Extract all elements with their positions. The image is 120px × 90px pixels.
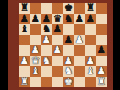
square-f4[interactable] (74, 45, 85, 56)
square-g5[interactable] (85, 35, 96, 46)
piece-black-pawn[interactable]: ♟ (64, 35, 73, 45)
square-c3[interactable]: ♞ (41, 56, 52, 67)
piece-white-bishop[interactable]: ♝ (86, 66, 95, 76)
thumbnail-stage: ♜♚♜♟♟♟♛♞♟♟♝♞♟♟♟♟♟♟♟♟♛♞♟♟♝♞♝♟♜♚♜ (0, 0, 120, 90)
piece-white-pawn[interactable]: ♟ (20, 56, 29, 66)
square-c7[interactable]: ♟ (41, 14, 52, 25)
piece-black-pawn[interactable]: ♟ (42, 14, 51, 24)
square-f6[interactable] (74, 24, 85, 35)
square-b4[interactable]: ♟ (30, 45, 41, 56)
square-e6[interactable] (63, 24, 74, 35)
square-a6[interactable]: ♝ (19, 24, 30, 35)
square-h8[interactable] (96, 3, 107, 14)
square-f3[interactable] (74, 56, 85, 67)
piece-white-pawn[interactable]: ♟ (53, 45, 62, 55)
piece-black-pawn[interactable]: ♟ (31, 14, 40, 24)
square-h6[interactable] (96, 24, 107, 35)
piece-white-knight[interactable]: ♞ (42, 56, 51, 66)
square-e1[interactable]: ♚ (63, 77, 74, 88)
square-d6[interactable]: ♟ (52, 24, 63, 35)
piece-white-knight[interactable]: ♞ (64, 66, 73, 76)
piece-black-pawn[interactable]: ♟ (75, 14, 84, 24)
square-g6[interactable] (85, 24, 96, 35)
square-a5[interactable] (19, 35, 30, 46)
square-h7[interactable] (96, 14, 107, 25)
piece-black-knight[interactable]: ♞ (64, 14, 73, 24)
square-h4[interactable]: ♟ (96, 45, 107, 56)
piece-white-pawn[interactable]: ♟ (97, 66, 106, 76)
square-a4[interactable] (19, 45, 30, 56)
square-g2[interactable]: ♝ (85, 66, 96, 77)
square-e7[interactable]: ♞ (63, 14, 74, 25)
square-e5[interactable]: ♟ (63, 35, 74, 46)
square-f7[interactable]: ♟ (74, 14, 85, 25)
piece-black-pawn[interactable]: ♟ (97, 45, 106, 55)
square-d4[interactable]: ♟ (52, 45, 63, 56)
square-f1[interactable] (74, 77, 85, 88)
square-c6[interactable]: ♞ (41, 24, 52, 35)
square-d8[interactable] (52, 3, 63, 14)
square-h1[interactable]: ♜ (96, 77, 107, 88)
square-a7[interactable]: ♟ (19, 14, 30, 25)
square-d7[interactable]: ♛ (52, 14, 63, 25)
piece-white-pawn[interactable]: ♟ (42, 35, 51, 45)
square-b8[interactable] (30, 3, 41, 14)
square-h3[interactable] (96, 56, 107, 67)
piece-black-pawn[interactable]: ♟ (53, 24, 62, 34)
square-f2[interactable] (74, 66, 85, 77)
piece-white-queen[interactable]: ♛ (31, 56, 40, 66)
square-f8[interactable] (74, 3, 85, 14)
square-e3[interactable]: ♟ (63, 56, 74, 67)
piece-white-pawn[interactable]: ♟ (86, 56, 95, 66)
piece-black-king[interactable]: ♚ (64, 3, 73, 13)
chess-board[interactable]: ♜♚♜♟♟♟♛♞♟♟♝♞♟♟♟♟♟♟♟♟♛♞♟♟♝♞♝♟♜♚♜ (19, 3, 107, 87)
square-h5[interactable] (96, 35, 107, 46)
square-a8[interactable]: ♜ (19, 3, 30, 14)
square-d2[interactable] (52, 66, 63, 77)
square-c8[interactable] (41, 3, 52, 14)
piece-black-pawn[interactable]: ♟ (20, 14, 29, 24)
square-b5[interactable] (30, 35, 41, 46)
piece-white-king[interactable]: ♚ (64, 77, 73, 87)
square-c2[interactable] (41, 66, 52, 77)
piece-black-bishop[interactable]: ♝ (20, 24, 29, 34)
square-b3[interactable]: ♛ (30, 56, 41, 67)
square-d5[interactable] (52, 35, 63, 46)
piece-white-bishop[interactable]: ♝ (31, 66, 40, 76)
piece-white-pawn[interactable]: ♟ (75, 35, 84, 45)
piece-white-rook[interactable]: ♜ (97, 77, 106, 87)
square-e4[interactable] (63, 45, 74, 56)
square-b1[interactable] (30, 77, 41, 88)
piece-white-pawn[interactable]: ♟ (64, 56, 73, 66)
square-g1[interactable] (85, 77, 96, 88)
square-b2[interactable]: ♝ (30, 66, 41, 77)
square-e8[interactable]: ♚ (63, 3, 74, 14)
square-g7[interactable]: ♟ (85, 14, 96, 25)
square-b6[interactable] (30, 24, 41, 35)
piece-white-pawn[interactable]: ♟ (31, 45, 40, 55)
square-d1[interactable] (52, 77, 63, 88)
square-c5[interactable]: ♟ (41, 35, 52, 46)
square-a3[interactable]: ♟ (19, 56, 30, 67)
square-g4[interactable] (85, 45, 96, 56)
square-b7[interactable]: ♟ (30, 14, 41, 25)
piece-black-queen[interactable]: ♛ (53, 14, 62, 24)
square-c4[interactable] (41, 45, 52, 56)
square-a2[interactable] (19, 66, 30, 77)
piece-white-rook[interactable]: ♜ (20, 77, 29, 87)
square-e2[interactable]: ♞ (63, 66, 74, 77)
letterbox-bar-left (0, 0, 8, 90)
square-h2[interactable]: ♟ (96, 66, 107, 77)
square-d3[interactable] (52, 56, 63, 67)
piece-black-rook[interactable]: ♜ (20, 3, 29, 13)
square-a1[interactable]: ♜ (19, 77, 30, 88)
letterbox-bar-right (113, 0, 120, 90)
square-c1[interactable] (41, 77, 52, 88)
piece-black-pawn[interactable]: ♟ (86, 14, 95, 24)
square-g8[interactable]: ♜ (85, 3, 96, 14)
piece-black-knight[interactable]: ♞ (42, 24, 51, 34)
square-g3[interactable]: ♟ (85, 56, 96, 67)
piece-black-rook[interactable]: ♜ (86, 3, 95, 13)
square-f5[interactable]: ♟ (74, 35, 85, 46)
